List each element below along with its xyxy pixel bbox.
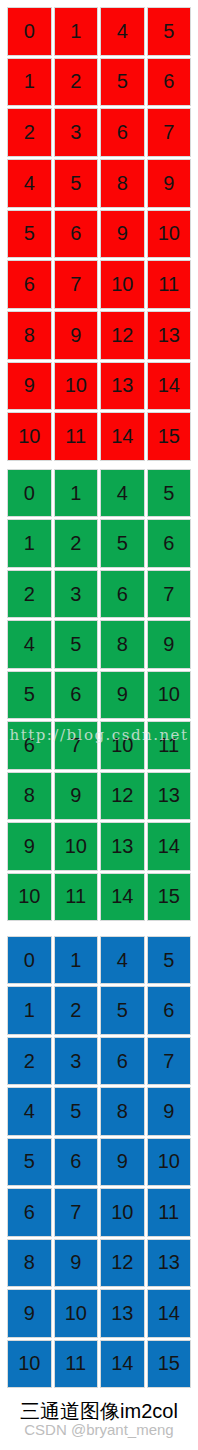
grid-cell: 3 [55, 109, 98, 156]
grid-cell: 9 [101, 1139, 144, 1185]
grid-cell: 13 [101, 363, 144, 410]
blue-channel-grid: 0145125623674589569106710118912139101314… [8, 937, 190, 1387]
grid-cell: 15 [148, 413, 191, 460]
grid-cell: 7 [148, 109, 191, 156]
grid-cell: 6 [55, 211, 98, 258]
grid-cell: 6 [101, 571, 144, 617]
grid-cell: 5 [8, 1139, 51, 1185]
grid-cell: 5 [55, 621, 98, 667]
grid-cell: 7 [55, 261, 98, 308]
grid-cell: 4 [101, 8, 144, 55]
grid-cell: 8 [101, 1088, 144, 1134]
grid-cell: 14 [148, 363, 191, 410]
grid-cell: 1 [55, 937, 98, 983]
csdn-url-watermark: http://blog.csdn.net [0, 726, 198, 744]
grid-cell: 11 [148, 1189, 191, 1235]
grid-cell: 10 [8, 874, 51, 920]
grid-cell: 8 [8, 312, 51, 359]
grid-cell: 5 [148, 470, 191, 516]
grid-cell: 1 [8, 59, 51, 106]
grid-cell: 5 [8, 672, 51, 718]
grid-cell: 5 [101, 987, 144, 1033]
grid-cell: 5 [55, 160, 98, 207]
grid-cell: 1 [55, 8, 98, 55]
grid-cell: 11 [55, 874, 98, 920]
grid-cell: 9 [148, 160, 191, 207]
grid-cell: 2 [8, 571, 51, 617]
grid-cell: 1 [55, 470, 98, 516]
grid-cell: 15 [148, 874, 191, 920]
grid-cell: 5 [8, 211, 51, 258]
grid-cell: 9 [101, 672, 144, 718]
grid-cell: 6 [8, 1189, 51, 1235]
grid-cell: 4 [8, 160, 51, 207]
grid-cell: 11 [55, 1341, 98, 1387]
grid-cell: 9 [55, 1240, 98, 1286]
grid-cell: 4 [101, 937, 144, 983]
grid-cell: 10 [8, 413, 51, 460]
grid-cell: 9 [8, 363, 51, 410]
grid-cell: 5 [148, 8, 191, 55]
grid-cell: 12 [101, 1240, 144, 1286]
grid-cell: 7 [55, 1189, 98, 1235]
grid-cell: 2 [8, 109, 51, 156]
diagram-caption: 三通道图像im2col [0, 1398, 198, 1425]
grid-cell: 2 [55, 987, 98, 1033]
grid-cell: 7 [148, 1038, 191, 1084]
grid-cell: 10 [148, 211, 191, 258]
grid-cell: 6 [148, 520, 191, 566]
grid-cell: 4 [8, 1088, 51, 1134]
grid-cell: 12 [101, 773, 144, 819]
grid-cell: 6 [55, 1139, 98, 1185]
grid-cell: 5 [55, 1088, 98, 1134]
grid-cell: 0 [8, 8, 51, 55]
grid-cell: 5 [148, 937, 191, 983]
grid-cell: 2 [55, 520, 98, 566]
grid-cell: 6 [101, 1038, 144, 1084]
grid-cell: 0 [8, 470, 51, 516]
grid-cell: 10 [55, 823, 98, 869]
grid-cell: 10 [55, 1290, 98, 1336]
grid-cell: 13 [101, 823, 144, 869]
grid-cell: 10 [55, 363, 98, 410]
grid-cell: 5 [101, 59, 144, 106]
grid-cell: 1 [8, 520, 51, 566]
grid-cell: 10 [101, 1189, 144, 1235]
grid-cell: 14 [148, 823, 191, 869]
grid-cell: 9 [148, 621, 191, 667]
grid-cell: 6 [148, 987, 191, 1033]
grid-cell: 8 [101, 621, 144, 667]
grid-cell: 15 [148, 1341, 191, 1387]
grid-cell: 12 [101, 312, 144, 359]
grid-cell: 6 [55, 672, 98, 718]
grid-cell: 6 [8, 261, 51, 308]
grid-cell: 5 [101, 520, 144, 566]
grid-cell: 10 [101, 261, 144, 308]
grid-cell: 9 [8, 1290, 51, 1336]
grid-cell: 13 [148, 1240, 191, 1286]
grid-cell: 10 [148, 672, 191, 718]
grid-cell: 9 [55, 773, 98, 819]
grid-cell: 9 [8, 823, 51, 869]
grid-cell: 2 [55, 59, 98, 106]
grid-cell: 1 [8, 987, 51, 1033]
grid-cell: 8 [101, 160, 144, 207]
green-channel-grid: 0145125623674589569106710118912139101314… [8, 470, 190, 920]
grid-cell: 9 [148, 1088, 191, 1134]
grid-cell: 6 [148, 59, 191, 106]
grid-cell: 14 [148, 1290, 191, 1336]
grid-cell: 4 [8, 621, 51, 667]
grid-cell: 7 [148, 571, 191, 617]
grid-cell: 3 [55, 571, 98, 617]
grid-cell: 9 [55, 312, 98, 359]
grid-cell: 14 [101, 874, 144, 920]
grid-cell: 10 [148, 1139, 191, 1185]
grid-cell: 13 [148, 773, 191, 819]
grid-cell: 9 [101, 211, 144, 258]
grid-cell: 14 [101, 1341, 144, 1387]
grid-cell: 8 [8, 773, 51, 819]
grid-cell: 11 [148, 261, 191, 308]
grid-cell: 14 [101, 413, 144, 460]
grid-cell: 3 [55, 1038, 98, 1084]
grid-cell: 13 [101, 1290, 144, 1336]
grid-cell: 0 [8, 937, 51, 983]
grid-cell: 4 [101, 470, 144, 516]
red-channel-grid: 0145125623674589569106710118912139101314… [8, 8, 190, 460]
grid-cell: 2 [8, 1038, 51, 1084]
grid-cell: 11 [55, 413, 98, 460]
grid-cell: 8 [8, 1240, 51, 1286]
grid-cell: 10 [8, 1341, 51, 1387]
grid-cell: 13 [148, 312, 191, 359]
grid-cell: 6 [101, 109, 144, 156]
